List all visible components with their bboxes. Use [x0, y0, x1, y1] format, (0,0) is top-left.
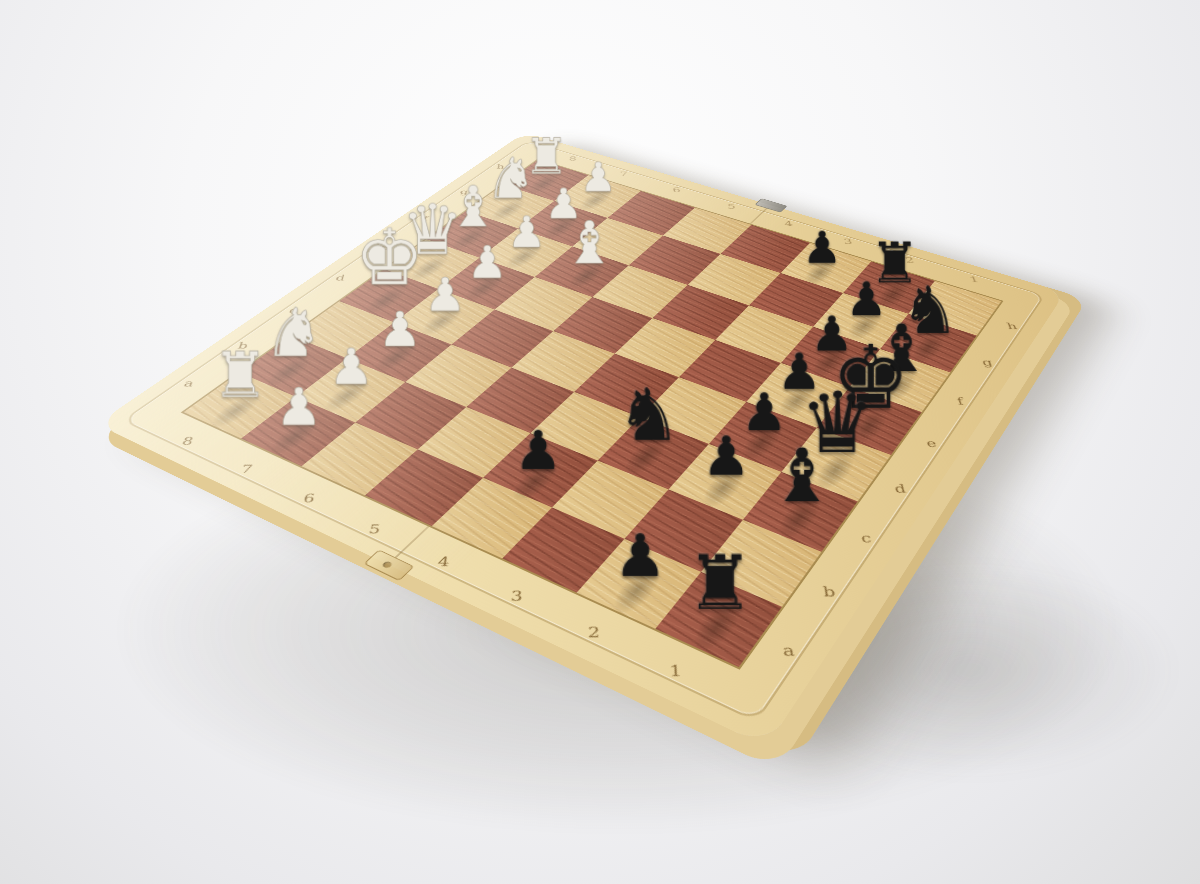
coord-label-right-5: 5: [727, 203, 736, 211]
coord-label-right-6: 6: [672, 186, 681, 193]
coord-label-right-7: 7: [620, 170, 628, 177]
white-pawn-glyph: ♟: [223, 381, 374, 433]
coord-label-right-4: 4: [784, 220, 794, 228]
coord-label-right-8: 8: [569, 155, 577, 162]
black-pawn-glyph: ♟: [460, 423, 617, 477]
black-bishop-glyph: ♝: [721, 439, 883, 513]
coord-label-top-g: g: [459, 188, 468, 195]
black-rook-glyph: ♜: [632, 545, 809, 621]
scene: 88aa77bb66cc55dd44ee33ff22gg11hh ♜♞♚♛♝♞♜…: [0, 0, 1200, 884]
coord-label-top-h: h: [496, 163, 505, 170]
